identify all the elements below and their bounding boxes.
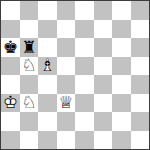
square-d4[interactable] [57, 75, 76, 94]
white-knight-glyph: ♘ [21, 94, 36, 111]
white-bishop-glyph: ♗ [40, 57, 55, 74]
square-h6[interactable] [131, 38, 150, 57]
square-c2[interactable] [38, 112, 57, 131]
square-h5[interactable] [131, 57, 150, 76]
square-g2[interactable] [112, 112, 131, 131]
square-c3[interactable] [38, 94, 57, 113]
square-h3[interactable] [131, 94, 150, 113]
square-g7[interactable] [112, 20, 131, 39]
square-c6[interactable] [38, 38, 57, 57]
square-d1[interactable] [57, 131, 76, 150]
square-e5[interactable] [75, 57, 94, 76]
white-knight: ♞♘ [20, 57, 37, 74]
square-c4[interactable] [38, 75, 57, 94]
white-knight-glyph: ♘ [21, 57, 36, 74]
black-king-glyph: ♚ [3, 39, 18, 56]
square-a8[interactable] [1, 1, 20, 20]
white-king: ♚♔ [2, 94, 19, 111]
square-f6[interactable] [94, 38, 113, 57]
square-e3[interactable] [75, 94, 94, 113]
square-h7[interactable] [131, 20, 150, 39]
square-h8[interactable] [131, 1, 150, 20]
square-b5[interactable]: ♞♘ [20, 57, 39, 76]
white-queen: ♛♕ [57, 94, 74, 111]
square-d8[interactable] [57, 1, 76, 20]
square-g8[interactable] [112, 1, 131, 20]
square-b7[interactable] [20, 20, 39, 39]
square-e8[interactable] [75, 1, 94, 20]
square-g4[interactable] [112, 75, 131, 94]
black-rook: ♜ [20, 39, 37, 56]
square-e1[interactable] [75, 131, 94, 150]
square-d6[interactable] [57, 38, 76, 57]
square-g3[interactable] [112, 94, 131, 113]
square-f8[interactable] [94, 1, 113, 20]
square-f3[interactable] [94, 94, 113, 113]
square-f5[interactable] [94, 57, 113, 76]
square-c7[interactable] [38, 20, 57, 39]
square-c5[interactable]: ♝♗ [38, 57, 57, 76]
chess-board: ♚♜♞♘♝♗♚♔♞♘♛♕ [0, 0, 150, 150]
square-h2[interactable] [131, 112, 150, 131]
square-a2[interactable] [1, 112, 20, 131]
square-d5[interactable] [57, 57, 76, 76]
square-b1[interactable] [20, 131, 39, 150]
square-f7[interactable] [94, 20, 113, 39]
square-b3[interactable]: ♞♘ [20, 94, 39, 113]
white-bishop: ♝♗ [39, 57, 56, 74]
square-b4[interactable] [20, 75, 39, 94]
square-b8[interactable] [20, 1, 39, 20]
square-e4[interactable] [75, 75, 94, 94]
square-a7[interactable] [1, 20, 20, 39]
square-f1[interactable] [94, 131, 113, 150]
square-a4[interactable] [1, 75, 20, 94]
square-e7[interactable] [75, 20, 94, 39]
square-f4[interactable] [94, 75, 113, 94]
square-c1[interactable] [38, 131, 57, 150]
white-queen-glyph: ♕ [58, 94, 73, 111]
square-a6[interactable]: ♚ [1, 38, 20, 57]
white-king-glyph: ♔ [3, 94, 18, 111]
square-g5[interactable] [112, 57, 131, 76]
square-g1[interactable] [112, 131, 131, 150]
square-c8[interactable] [38, 1, 57, 20]
square-a3[interactable]: ♚♔ [1, 94, 20, 113]
square-d2[interactable] [57, 112, 76, 131]
square-b2[interactable] [20, 112, 39, 131]
square-d3[interactable]: ♛♕ [57, 94, 76, 113]
square-f2[interactable] [94, 112, 113, 131]
square-a1[interactable] [1, 131, 20, 150]
square-d7[interactable] [57, 20, 76, 39]
black-rook-glyph: ♜ [21, 39, 36, 56]
square-b6[interactable]: ♜ [20, 38, 39, 57]
square-g6[interactable] [112, 38, 131, 57]
square-e6[interactable] [75, 38, 94, 57]
square-a5[interactable] [1, 57, 20, 76]
square-e2[interactable] [75, 112, 94, 131]
square-h4[interactable] [131, 75, 150, 94]
black-king: ♚ [2, 39, 19, 56]
white-knight: ♞♘ [20, 94, 37, 111]
square-h1[interactable] [131, 131, 150, 150]
